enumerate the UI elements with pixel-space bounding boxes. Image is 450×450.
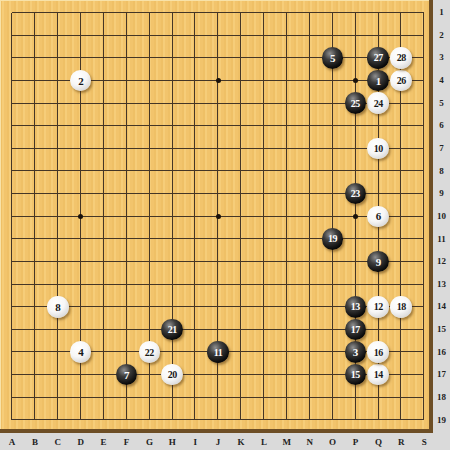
intersection-B12[interactable] [23,250,46,273]
intersection-C5[interactable] [46,92,69,115]
intersection-G12[interactable] [138,250,161,273]
intersection-O1[interactable] [321,1,344,24]
intersection-L1[interactable] [252,1,275,24]
intersection-D12[interactable] [69,250,92,273]
intersection-H12[interactable] [161,250,184,273]
intersection-M8[interactable] [275,160,298,183]
intersection-P1[interactable] [344,1,367,24]
intersection-O17[interactable] [321,363,344,386]
intersection-K3[interactable] [229,47,252,70]
intersection-A1[interactable] [1,1,24,24]
intersection-R5[interactable] [390,92,413,115]
intersection-L17[interactable] [252,363,275,386]
intersection-N19[interactable] [298,409,321,432]
intersection-L8[interactable] [252,160,275,183]
intersection-H1[interactable] [161,1,184,24]
intersection-C8[interactable] [46,160,69,183]
intersection-C19[interactable] [46,409,69,432]
intersection-J10[interactable] [207,205,230,228]
intersection-M10[interactable] [275,205,298,228]
intersection-E4[interactable] [92,69,115,92]
intersection-D3[interactable] [69,47,92,70]
intersection-D19[interactable] [69,409,92,432]
intersection-B16[interactable] [23,341,46,364]
intersection-F4[interactable] [115,69,138,92]
intersection-N7[interactable] [298,137,321,160]
intersection-G11[interactable] [138,228,161,251]
intersection-C12[interactable] [46,250,69,273]
intersection-Q9[interactable] [367,182,390,205]
intersection-E3[interactable] [92,47,115,70]
intersection-C16[interactable] [46,341,69,364]
intersection-F10[interactable] [115,205,138,228]
intersection-C10[interactable] [46,205,69,228]
intersection-L9[interactable] [252,182,275,205]
intersection-K10[interactable] [229,205,252,228]
intersection-R18[interactable] [390,386,413,409]
intersection-B4[interactable] [23,69,46,92]
intersection-M4[interactable] [275,69,298,92]
intersection-H10[interactable] [161,205,184,228]
intersection-Q18[interactable] [367,386,390,409]
intersection-J6[interactable] [207,115,230,138]
intersection-N16[interactable] [298,341,321,364]
intersection-B15[interactable] [23,318,46,341]
intersection-N8[interactable] [298,160,321,183]
intersection-I13[interactable] [184,273,207,296]
intersection-D9[interactable] [69,182,92,205]
intersection-J7[interactable] [207,137,230,160]
intersection-M12[interactable] [275,250,298,273]
intersection-R2[interactable] [390,24,413,47]
intersection-F7[interactable] [115,137,138,160]
intersection-I7[interactable] [184,137,207,160]
intersection-P8[interactable] [344,160,367,183]
intersection-I10[interactable] [184,205,207,228]
intersection-M2[interactable] [275,24,298,47]
intersection-G3[interactable] [138,47,161,70]
intersection-M9[interactable] [275,182,298,205]
intersection-P4[interactable] [344,69,367,92]
intersection-I2[interactable] [184,24,207,47]
intersection-A4[interactable] [1,69,24,92]
intersection-D5[interactable] [69,92,92,115]
intersection-Q6[interactable] [367,115,390,138]
intersection-K2[interactable] [229,24,252,47]
intersection-L11[interactable] [252,228,275,251]
intersection-N4[interactable] [298,69,321,92]
intersection-M6[interactable] [275,115,298,138]
intersection-F13[interactable] [115,273,138,296]
intersection-I14[interactable] [184,296,207,319]
intersection-F18[interactable] [115,386,138,409]
intersection-J11[interactable] [207,228,230,251]
intersection-J9[interactable] [207,182,230,205]
intersection-B17[interactable] [23,363,46,386]
intersection-R13[interactable] [390,273,413,296]
intersection-D6[interactable] [69,115,92,138]
intersection-H7[interactable] [161,137,184,160]
intersection-O13[interactable] [321,273,344,296]
intersection-H2[interactable] [161,24,184,47]
intersection-H8[interactable] [161,160,184,183]
intersection-C17[interactable] [46,363,69,386]
intersection-Q1[interactable] [367,1,390,24]
intersection-B5[interactable] [23,92,46,115]
intersection-J8[interactable] [207,160,230,183]
intersection-J15[interactable] [207,318,230,341]
intersection-M11[interactable] [275,228,298,251]
intersection-K7[interactable] [229,137,252,160]
intersection-K16[interactable] [229,341,252,364]
intersection-G5[interactable] [138,92,161,115]
intersection-J2[interactable] [207,24,230,47]
intersection-E16[interactable] [92,341,115,364]
intersection-A11[interactable] [1,228,24,251]
intersection-Q13[interactable] [367,273,390,296]
intersection-N3[interactable] [298,47,321,70]
intersection-E1[interactable] [92,1,115,24]
intersection-P7[interactable] [344,137,367,160]
intersection-L4[interactable] [252,69,275,92]
intersection-A18[interactable] [1,386,24,409]
intersection-G18[interactable] [138,386,161,409]
intersection-E5[interactable] [92,92,115,115]
intersection-G6[interactable] [138,115,161,138]
intersection-C13[interactable] [46,273,69,296]
intersection-F1[interactable] [115,1,138,24]
intersection-R7[interactable] [390,137,413,160]
intersection-A10[interactable] [1,205,24,228]
intersection-I4[interactable] [184,69,207,92]
intersection-B18[interactable] [23,386,46,409]
intersection-A17[interactable] [1,363,24,386]
intersection-J4[interactable] [207,69,230,92]
intersection-B19[interactable] [23,409,46,432]
intersection-B7[interactable] [23,137,46,160]
intersection-L15[interactable] [252,318,275,341]
intersection-B3[interactable] [23,47,46,70]
intersection-H18[interactable] [161,386,184,409]
intersection-L10[interactable] [252,205,275,228]
intersection-P18[interactable] [344,386,367,409]
intersection-N5[interactable] [298,92,321,115]
intersection-P13[interactable] [344,273,367,296]
intersection-H9[interactable] [161,182,184,205]
intersection-I11[interactable] [184,228,207,251]
intersection-A16[interactable] [1,341,24,364]
intersection-K11[interactable] [229,228,252,251]
intersection-N13[interactable] [298,273,321,296]
intersection-H11[interactable] [161,228,184,251]
intersection-L19[interactable] [252,409,275,432]
intersection-N14[interactable] [298,296,321,319]
intersection-G13[interactable] [138,273,161,296]
intersection-O15[interactable] [321,318,344,341]
intersection-M13[interactable] [275,273,298,296]
intersection-A3[interactable] [1,47,24,70]
intersection-I1[interactable] [184,1,207,24]
intersection-K14[interactable] [229,296,252,319]
intersection-I6[interactable] [184,115,207,138]
intersection-Q15[interactable] [367,318,390,341]
intersection-E13[interactable] [92,273,115,296]
intersection-A14[interactable] [1,296,24,319]
intersection-C1[interactable] [46,1,69,24]
intersection-G1[interactable] [138,1,161,24]
intersection-L3[interactable] [252,47,275,70]
intersection-R17[interactable] [390,363,413,386]
intersection-A7[interactable] [1,137,24,160]
intersection-K13[interactable] [229,273,252,296]
intersection-M19[interactable] [275,409,298,432]
intersection-L12[interactable] [252,250,275,273]
intersection-G7[interactable] [138,137,161,160]
intersection-I17[interactable] [184,363,207,386]
intersection-P12[interactable] [344,250,367,273]
intersection-O2[interactable] [321,24,344,47]
intersection-F14[interactable] [115,296,138,319]
intersection-F16[interactable] [115,341,138,364]
intersection-D13[interactable] [69,273,92,296]
intersection-R10[interactable] [390,205,413,228]
intersection-H16[interactable] [161,341,184,364]
intersection-H14[interactable] [161,296,184,319]
intersection-H13[interactable] [161,273,184,296]
intersection-Q19[interactable] [367,409,390,432]
intersection-I15[interactable] [184,318,207,341]
intersection-A12[interactable] [1,250,24,273]
intersection-I12[interactable] [184,250,207,273]
intersection-B13[interactable] [23,273,46,296]
intersection-P10[interactable] [344,205,367,228]
intersection-L6[interactable] [252,115,275,138]
intersection-G19[interactable] [138,409,161,432]
intersection-R11[interactable] [390,228,413,251]
intersection-A19[interactable] [1,409,24,432]
intersection-C7[interactable] [46,137,69,160]
intersection-F6[interactable] [115,115,138,138]
intersection-M15[interactable] [275,318,298,341]
intersection-H3[interactable] [161,47,184,70]
intersection-N2[interactable] [298,24,321,47]
intersection-N10[interactable] [298,205,321,228]
intersection-C15[interactable] [46,318,69,341]
intersection-D1[interactable] [69,1,92,24]
intersection-O18[interactable] [321,386,344,409]
intersection-D11[interactable] [69,228,92,251]
intersection-Q11[interactable] [367,228,390,251]
intersection-I5[interactable] [184,92,207,115]
intersection-D7[interactable] [69,137,92,160]
intersection-N12[interactable] [298,250,321,273]
intersection-E9[interactable] [92,182,115,205]
intersection-M7[interactable] [275,137,298,160]
intersection-O14[interactable] [321,296,344,319]
intersection-C11[interactable] [46,228,69,251]
intersection-F5[interactable] [115,92,138,115]
intersection-N17[interactable] [298,363,321,386]
intersection-C2[interactable] [46,24,69,47]
intersection-J14[interactable] [207,296,230,319]
intersection-A13[interactable] [1,273,24,296]
intersection-F3[interactable] [115,47,138,70]
intersection-E19[interactable] [92,409,115,432]
intersection-O12[interactable] [321,250,344,273]
intersection-J17[interactable] [207,363,230,386]
intersection-P2[interactable] [344,24,367,47]
intersection-O4[interactable] [321,69,344,92]
intersection-I9[interactable] [184,182,207,205]
intersection-L5[interactable] [252,92,275,115]
intersection-J13[interactable] [207,273,230,296]
intersection-I16[interactable] [184,341,207,364]
intersection-J3[interactable] [207,47,230,70]
intersection-Q2[interactable] [367,24,390,47]
intersection-A15[interactable] [1,318,24,341]
intersection-N6[interactable] [298,115,321,138]
intersection-K15[interactable] [229,318,252,341]
intersection-D18[interactable] [69,386,92,409]
intersection-G4[interactable] [138,69,161,92]
intersection-A5[interactable] [1,92,24,115]
intersection-J12[interactable] [207,250,230,273]
intersection-O19[interactable] [321,409,344,432]
intersection-B1[interactable] [23,1,46,24]
intersection-G10[interactable] [138,205,161,228]
intersection-P3[interactable] [344,47,367,70]
intersection-A6[interactable] [1,115,24,138]
intersection-I18[interactable] [184,386,207,409]
intersection-B9[interactable] [23,182,46,205]
intersection-E8[interactable] [92,160,115,183]
intersection-B10[interactable] [23,205,46,228]
intersection-R8[interactable] [390,160,413,183]
intersection-G17[interactable] [138,363,161,386]
intersection-B14[interactable] [23,296,46,319]
intersection-K12[interactable] [229,250,252,273]
intersection-I19[interactable] [184,409,207,432]
intersection-F15[interactable] [115,318,138,341]
intersection-L13[interactable] [252,273,275,296]
intersection-M18[interactable] [275,386,298,409]
intersection-N11[interactable] [298,228,321,251]
intersection-D2[interactable] [69,24,92,47]
intersection-R9[interactable] [390,182,413,205]
intersection-H6[interactable] [161,115,184,138]
intersection-M17[interactable] [275,363,298,386]
intersection-G9[interactable] [138,182,161,205]
intersection-E10[interactable] [92,205,115,228]
intersection-D17[interactable] [69,363,92,386]
intersection-F19[interactable] [115,409,138,432]
intersection-K4[interactable] [229,69,252,92]
intersection-M14[interactable] [275,296,298,319]
intersection-K17[interactable] [229,363,252,386]
intersection-F2[interactable] [115,24,138,47]
intersection-K6[interactable] [229,115,252,138]
intersection-I3[interactable] [184,47,207,70]
intersection-E14[interactable] [92,296,115,319]
intersection-N1[interactable] [298,1,321,24]
intersection-F8[interactable] [115,160,138,183]
intersection-O16[interactable] [321,341,344,364]
intersection-R16[interactable] [390,341,413,364]
intersection-E7[interactable] [92,137,115,160]
intersection-E15[interactable] [92,318,115,341]
intersection-O6[interactable] [321,115,344,138]
intersection-R12[interactable] [390,250,413,273]
intersection-K18[interactable] [229,386,252,409]
intersection-M5[interactable] [275,92,298,115]
intersection-R15[interactable] [390,318,413,341]
intersection-H19[interactable] [161,409,184,432]
intersection-R6[interactable] [390,115,413,138]
intersection-E17[interactable] [92,363,115,386]
intersection-G15[interactable] [138,318,161,341]
intersection-P19[interactable] [344,409,367,432]
intersection-K9[interactable] [229,182,252,205]
intersection-E6[interactable] [92,115,115,138]
intersection-J1[interactable] [207,1,230,24]
intersection-F11[interactable] [115,228,138,251]
intersection-B6[interactable] [23,115,46,138]
intersection-D10[interactable] [69,205,92,228]
intersection-J19[interactable] [207,409,230,432]
intersection-E12[interactable] [92,250,115,273]
intersection-K19[interactable] [229,409,252,432]
intersection-O8[interactable] [321,160,344,183]
intersection-E18[interactable] [92,386,115,409]
intersection-D15[interactable] [69,318,92,341]
intersection-M1[interactable] [275,1,298,24]
intersection-P11[interactable] [344,228,367,251]
intersection-E11[interactable] [92,228,115,251]
intersection-A2[interactable] [1,24,24,47]
intersection-O5[interactable] [321,92,344,115]
intersection-F9[interactable] [115,182,138,205]
intersection-A8[interactable] [1,160,24,183]
intersection-O10[interactable] [321,205,344,228]
intersection-K5[interactable] [229,92,252,115]
intersection-K1[interactable] [229,1,252,24]
intersection-C6[interactable] [46,115,69,138]
intersection-R19[interactable] [390,409,413,432]
intersection-A9[interactable] [1,182,24,205]
intersection-L18[interactable] [252,386,275,409]
intersection-L14[interactable] [252,296,275,319]
intersection-C9[interactable] [46,182,69,205]
intersection-M3[interactable] [275,47,298,70]
intersection-N15[interactable] [298,318,321,341]
intersection-R1[interactable] [390,1,413,24]
intersection-J18[interactable] [207,386,230,409]
intersection-Q8[interactable] [367,160,390,183]
intersection-O9[interactable] [321,182,344,205]
intersection-M16[interactable] [275,341,298,364]
intersection-H4[interactable] [161,69,184,92]
intersection-O7[interactable] [321,137,344,160]
intersection-L7[interactable] [252,137,275,160]
intersection-C4[interactable] [46,69,69,92]
intersection-N18[interactable] [298,386,321,409]
intersection-H5[interactable] [161,92,184,115]
intersection-P6[interactable] [344,115,367,138]
intersection-L2[interactable] [252,24,275,47]
intersection-B11[interactable] [23,228,46,251]
intersection-F12[interactable] [115,250,138,273]
intersection-K8[interactable] [229,160,252,183]
